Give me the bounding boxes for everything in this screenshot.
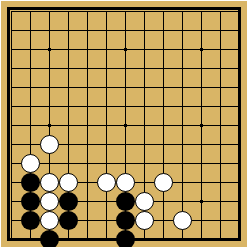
black-stone[interactable] <box>116 230 135 247</box>
grid-line-vertical <box>239 11 240 240</box>
white-stone[interactable] <box>116 173 135 192</box>
star-point <box>200 48 203 51</box>
grid-line-vertical <box>182 11 183 240</box>
white-stone[interactable] <box>135 211 154 230</box>
black-stone[interactable] <box>21 192 40 211</box>
black-stone[interactable] <box>59 192 78 211</box>
goban[interactable] <box>1 1 247 247</box>
star-point <box>124 124 127 127</box>
star-point <box>48 48 51 51</box>
white-stone[interactable] <box>40 135 59 154</box>
black-stone[interactable] <box>116 211 135 230</box>
black-stone[interactable] <box>116 192 135 211</box>
white-stone[interactable] <box>40 192 59 211</box>
white-stone[interactable] <box>135 192 154 211</box>
white-stone[interactable] <box>40 211 59 230</box>
white-stone[interactable] <box>40 173 59 192</box>
black-stone[interactable] <box>21 173 40 192</box>
star-point <box>200 200 203 203</box>
white-stone[interactable] <box>21 154 40 173</box>
black-stone[interactable] <box>21 211 40 230</box>
white-stone[interactable] <box>154 173 173 192</box>
black-stone[interactable] <box>59 211 78 230</box>
star-point <box>124 48 127 51</box>
white-stone[interactable] <box>173 211 192 230</box>
grid-line-vertical <box>163 11 164 240</box>
star-point <box>200 124 203 127</box>
white-stone[interactable] <box>59 173 78 192</box>
grid-line-vertical <box>220 11 221 240</box>
go-board-screenshot <box>0 0 247 247</box>
grid-line-horizontal <box>11 163 240 164</box>
star-point <box>48 124 51 127</box>
black-stone[interactable] <box>40 230 59 247</box>
white-stone[interactable] <box>97 173 116 192</box>
